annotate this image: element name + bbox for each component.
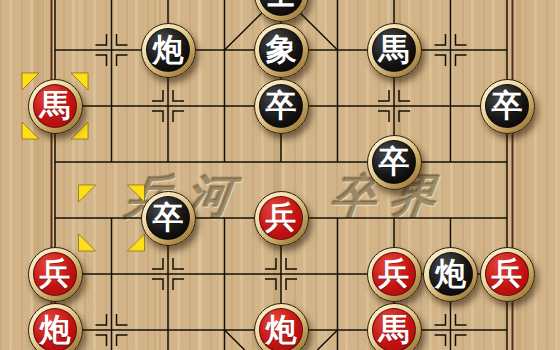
black-elephant-glyph: 象	[266, 28, 297, 70]
piece-face: 士	[259, 0, 303, 16]
black-soldier-stone[interactable]: 卒	[254, 79, 309, 134]
piece-face: 兵	[33, 252, 77, 296]
pieces-layer: 士炮象馬馬卒卒卒卒兵兵兵炮兵炮炮馬	[27, 0, 536, 350]
piece-face: 炮	[33, 308, 77, 350]
piece-red-soldier[interactable]: 兵	[253, 190, 310, 246]
piece-face: 馬	[372, 28, 416, 72]
piece-black-cannon[interactable]: 炮	[140, 22, 197, 78]
piece-black-soldier[interactable]: 卒	[140, 190, 197, 246]
piece-face: 卒	[259, 84, 303, 128]
black-horse-stone[interactable]: 馬	[367, 23, 422, 78]
piece-face: 兵	[485, 252, 529, 296]
red-soldier-stone[interactable]: 兵	[367, 247, 422, 302]
piece-black-soldier[interactable]: 卒	[366, 134, 423, 190]
red-horse-stone[interactable]: 馬	[367, 303, 422, 350]
piece-face: 卒	[372, 140, 416, 184]
black-soldier-stone[interactable]: 卒	[141, 191, 196, 246]
red-soldier-stone[interactable]: 兵	[254, 191, 309, 246]
black-horse-glyph: 馬	[379, 28, 410, 70]
piece-face: 馬	[33, 84, 77, 128]
red-cannon-stone[interactable]: 炮	[28, 303, 83, 350]
red-soldier-stone[interactable]: 兵	[28, 247, 83, 302]
black-cannon-glyph: 炮	[153, 28, 184, 70]
black-soldier-stone[interactable]: 卒	[480, 79, 535, 134]
piece-black-soldier[interactable]: 卒	[253, 78, 310, 134]
piece-face: 卒	[485, 84, 529, 128]
black-soldier-stone[interactable]: 卒	[367, 135, 422, 190]
piece-face: 兵	[259, 196, 303, 240]
red-cannon-glyph: 炮	[40, 308, 71, 350]
piece-black-elephant[interactable]: 象	[253, 22, 310, 78]
red-soldier-glyph: 兵	[492, 252, 523, 294]
black-advisor-stone[interactable]: 士	[254, 0, 309, 22]
piece-face: 象	[259, 28, 303, 72]
red-horse-glyph: 馬	[379, 308, 410, 350]
piece-red-cannon[interactable]: 炮	[253, 302, 310, 350]
black-soldier-glyph: 卒	[153, 196, 184, 238]
piece-red-cannon[interactable]: 炮	[27, 302, 84, 350]
piece-face: 炮	[429, 252, 473, 296]
piece-face: 馬	[372, 308, 416, 350]
red-cannon-glyph: 炮	[266, 308, 297, 350]
black-cannon-glyph: 炮	[435, 252, 466, 294]
piece-face: 炮	[259, 308, 303, 350]
black-cannon-stone[interactable]: 炮	[423, 247, 478, 302]
piece-black-cannon[interactable]: 炮	[422, 246, 479, 302]
xiangqi-board: 兵河 卒界 士炮象馬馬卒卒卒卒兵兵兵炮兵炮炮馬	[0, 0, 560, 350]
piece-red-soldier[interactable]: 兵	[27, 246, 84, 302]
black-advisor-glyph: 士	[266, 0, 297, 14]
red-soldier-glyph: 兵	[379, 252, 410, 294]
piece-red-horse[interactable]: 馬	[366, 302, 423, 350]
black-soldier-glyph: 卒	[379, 140, 410, 182]
piece-red-soldier[interactable]: 兵	[479, 246, 536, 302]
red-horse-glyph: 馬	[40, 84, 71, 126]
piece-red-soldier[interactable]: 兵	[366, 246, 423, 302]
black-soldier-glyph: 卒	[266, 84, 297, 126]
black-elephant-stone[interactable]: 象	[254, 23, 309, 78]
red-cannon-stone[interactable]: 炮	[254, 303, 309, 350]
black-soldier-glyph: 卒	[492, 84, 523, 126]
red-soldier-glyph: 兵	[266, 196, 297, 238]
piece-black-horse[interactable]: 馬	[366, 22, 423, 78]
piece-face: 卒	[146, 196, 190, 240]
red-soldier-stone[interactable]: 兵	[480, 247, 535, 302]
piece-black-soldier[interactable]: 卒	[479, 78, 536, 134]
piece-black-advisor[interactable]: 士	[253, 0, 310, 22]
red-horse-stone[interactable]: 馬	[28, 79, 83, 134]
piece-face: 兵	[372, 252, 416, 296]
piece-face: 炮	[146, 28, 190, 72]
red-soldier-glyph: 兵	[40, 252, 71, 294]
black-cannon-stone[interactable]: 炮	[141, 23, 196, 78]
piece-red-horse[interactable]: 馬	[27, 78, 84, 134]
